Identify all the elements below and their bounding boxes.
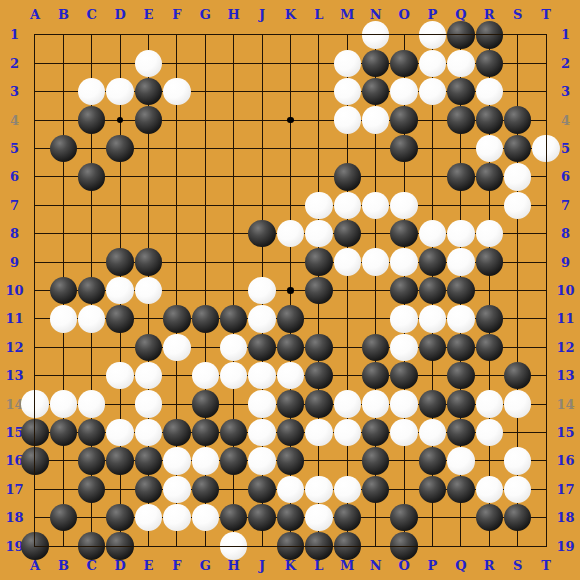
intersection-Q6[interactable] [447,163,475,191]
intersection-H16[interactable] [220,447,248,475]
intersection-B9[interactable] [49,248,77,276]
intersection-A12[interactable] [21,333,49,361]
intersection-E3[interactable] [134,78,162,106]
intersection-M16[interactable] [333,447,361,475]
intersection-M4[interactable] [333,106,361,134]
intersection-D8[interactable] [106,220,134,248]
intersection-Q16[interactable] [447,447,475,475]
intersection-C15[interactable] [78,418,106,446]
intersection-T5[interactable] [532,134,560,162]
intersection-G8[interactable] [191,220,219,248]
intersection-R1[interactable] [475,21,503,49]
intersection-P14[interactable] [418,390,446,418]
intersection-H8[interactable] [220,220,248,248]
intersection-B18[interactable] [49,503,77,531]
intersection-H15[interactable] [220,418,248,446]
intersection-N4[interactable] [361,106,389,134]
intersection-O10[interactable] [390,276,418,304]
intersection-N17[interactable] [361,475,389,503]
intersection-B15[interactable] [49,418,77,446]
intersection-E7[interactable] [134,191,162,219]
intersection-J10[interactable] [248,276,276,304]
intersection-P13[interactable] [418,361,446,389]
intersection-P19[interactable] [418,532,446,560]
intersection-P10[interactable] [418,276,446,304]
intersection-S13[interactable] [503,361,531,389]
intersection-M15[interactable] [333,418,361,446]
intersection-E16[interactable] [134,447,162,475]
intersection-R6[interactable] [475,163,503,191]
intersection-S5[interactable] [503,134,531,162]
intersection-C1[interactable] [78,21,106,49]
intersection-K7[interactable] [276,191,304,219]
intersection-C18[interactable] [78,503,106,531]
intersection-O18[interactable] [390,503,418,531]
intersection-S3[interactable] [503,78,531,106]
intersection-E1[interactable] [134,21,162,49]
intersection-N13[interactable] [361,361,389,389]
intersection-C6[interactable] [78,163,106,191]
intersection-F2[interactable] [163,49,191,77]
intersection-C2[interactable] [78,49,106,77]
intersection-A3[interactable] [21,78,49,106]
intersection-K9[interactable] [276,248,304,276]
intersection-T3[interactable] [532,78,560,106]
intersection-T13[interactable] [532,361,560,389]
intersection-G5[interactable] [191,134,219,162]
intersection-M14[interactable] [333,390,361,418]
intersection-J17[interactable] [248,475,276,503]
intersection-O3[interactable] [390,78,418,106]
intersection-C17[interactable] [78,475,106,503]
intersection-F11[interactable] [163,305,191,333]
intersection-E9[interactable] [134,248,162,276]
intersection-P3[interactable] [418,78,446,106]
intersection-T18[interactable] [532,503,560,531]
intersection-A10[interactable] [21,276,49,304]
intersection-G9[interactable] [191,248,219,276]
intersection-F18[interactable] [163,503,191,531]
intersection-B2[interactable] [49,49,77,77]
intersection-S10[interactable] [503,276,531,304]
intersection-B7[interactable] [49,191,77,219]
intersection-Q7[interactable] [447,191,475,219]
intersection-F3[interactable] [163,78,191,106]
intersection-L12[interactable] [305,333,333,361]
intersection-L8[interactable] [305,220,333,248]
intersection-P2[interactable] [418,49,446,77]
intersection-Q1[interactable] [447,21,475,49]
intersection-J5[interactable] [248,134,276,162]
intersection-A2[interactable] [21,49,49,77]
intersection-A7[interactable] [21,191,49,219]
intersection-D10[interactable] [106,276,134,304]
intersection-N10[interactable] [361,276,389,304]
intersection-K10[interactable] [276,276,304,304]
intersection-G1[interactable] [191,21,219,49]
intersection-O8[interactable] [390,220,418,248]
intersection-T4[interactable] [532,106,560,134]
intersection-C12[interactable] [78,333,106,361]
intersection-T9[interactable] [532,248,560,276]
intersection-G17[interactable] [191,475,219,503]
intersection-Q17[interactable] [447,475,475,503]
intersection-S4[interactable] [503,106,531,134]
intersection-P1[interactable] [418,21,446,49]
intersection-S19[interactable] [503,532,531,560]
intersection-N2[interactable] [361,49,389,77]
intersection-M5[interactable] [333,134,361,162]
intersection-C16[interactable] [78,447,106,475]
intersection-L13[interactable] [305,361,333,389]
intersection-G2[interactable] [191,49,219,77]
intersection-A16[interactable] [21,447,49,475]
intersection-D12[interactable] [106,333,134,361]
intersection-J4[interactable] [248,106,276,134]
intersection-K11[interactable] [276,305,304,333]
intersection-S1[interactable] [503,21,531,49]
intersection-O16[interactable] [390,447,418,475]
intersection-E15[interactable] [134,418,162,446]
intersection-A5[interactable] [21,134,49,162]
intersection-A18[interactable] [21,503,49,531]
intersection-L6[interactable] [305,163,333,191]
intersection-D18[interactable] [106,503,134,531]
intersection-J1[interactable] [248,21,276,49]
intersection-L9[interactable] [305,248,333,276]
intersection-M1[interactable] [333,21,361,49]
intersection-K1[interactable] [276,21,304,49]
intersection-R12[interactable] [475,333,503,361]
intersection-H18[interactable] [220,503,248,531]
intersection-P11[interactable] [418,305,446,333]
intersection-K8[interactable] [276,220,304,248]
intersection-C13[interactable] [78,361,106,389]
intersection-G18[interactable] [191,503,219,531]
intersection-A9[interactable] [21,248,49,276]
intersection-C8[interactable] [78,220,106,248]
intersection-E8[interactable] [134,220,162,248]
intersection-R4[interactable] [475,106,503,134]
intersection-J6[interactable] [248,163,276,191]
intersection-O11[interactable] [390,305,418,333]
intersection-T2[interactable] [532,49,560,77]
intersection-M3[interactable] [333,78,361,106]
intersection-T1[interactable] [532,21,560,49]
intersection-J8[interactable] [248,220,276,248]
intersection-L16[interactable] [305,447,333,475]
intersection-H2[interactable] [220,49,248,77]
intersection-G3[interactable] [191,78,219,106]
intersection-G15[interactable] [191,418,219,446]
intersection-N6[interactable] [361,163,389,191]
intersection-T10[interactable] [532,276,560,304]
intersection-S15[interactable] [503,418,531,446]
intersection-D6[interactable] [106,163,134,191]
intersection-E2[interactable] [134,49,162,77]
intersection-G4[interactable] [191,106,219,134]
intersection-P18[interactable] [418,503,446,531]
intersection-N7[interactable] [361,191,389,219]
intersection-H17[interactable] [220,475,248,503]
intersection-C11[interactable] [78,305,106,333]
intersection-G10[interactable] [191,276,219,304]
intersection-T8[interactable] [532,220,560,248]
intersection-L10[interactable] [305,276,333,304]
intersection-L7[interactable] [305,191,333,219]
intersection-K14[interactable] [276,390,304,418]
intersection-G7[interactable] [191,191,219,219]
intersection-B8[interactable] [49,220,77,248]
intersection-F7[interactable] [163,191,191,219]
intersection-N14[interactable] [361,390,389,418]
intersection-J19[interactable] [248,532,276,560]
intersection-O12[interactable] [390,333,418,361]
intersection-M6[interactable] [333,163,361,191]
intersection-M13[interactable] [333,361,361,389]
intersection-D19[interactable] [106,532,134,560]
intersection-D9[interactable] [106,248,134,276]
intersection-O5[interactable] [390,134,418,162]
intersection-A6[interactable] [21,163,49,191]
intersection-O9[interactable] [390,248,418,276]
intersection-E19[interactable] [134,532,162,560]
intersection-R18[interactable] [475,503,503,531]
intersection-D5[interactable] [106,134,134,162]
intersection-S7[interactable] [503,191,531,219]
intersection-N15[interactable] [361,418,389,446]
intersection-E5[interactable] [134,134,162,162]
intersection-N12[interactable] [361,333,389,361]
intersection-F19[interactable] [163,532,191,560]
intersection-H11[interactable] [220,305,248,333]
intersection-L4[interactable] [305,106,333,134]
intersection-L18[interactable] [305,503,333,531]
intersection-N3[interactable] [361,78,389,106]
intersection-C5[interactable] [78,134,106,162]
intersection-L5[interactable] [305,134,333,162]
intersection-N8[interactable] [361,220,389,248]
intersection-J16[interactable] [248,447,276,475]
intersection-R9[interactable] [475,248,503,276]
intersection-E13[interactable] [134,361,162,389]
intersection-R2[interactable] [475,49,503,77]
intersection-T19[interactable] [532,532,560,560]
intersection-H3[interactable] [220,78,248,106]
intersection-P9[interactable] [418,248,446,276]
intersection-M8[interactable] [333,220,361,248]
intersection-D7[interactable] [106,191,134,219]
intersection-N18[interactable] [361,503,389,531]
intersection-D3[interactable] [106,78,134,106]
intersection-K13[interactable] [276,361,304,389]
intersection-E11[interactable] [134,305,162,333]
intersection-J2[interactable] [248,49,276,77]
intersection-J15[interactable] [248,418,276,446]
intersection-Q5[interactable] [447,134,475,162]
intersection-D15[interactable] [106,418,134,446]
intersection-Q11[interactable] [447,305,475,333]
intersection-R19[interactable] [475,532,503,560]
intersection-P17[interactable] [418,475,446,503]
intersection-A4[interactable] [21,106,49,134]
intersection-F16[interactable] [163,447,191,475]
intersection-E12[interactable] [134,333,162,361]
intersection-F8[interactable] [163,220,191,248]
intersection-A17[interactable] [21,475,49,503]
intersection-O13[interactable] [390,361,418,389]
intersection-A8[interactable] [21,220,49,248]
intersection-R3[interactable] [475,78,503,106]
intersection-S2[interactable] [503,49,531,77]
intersection-O2[interactable] [390,49,418,77]
intersection-Q19[interactable] [447,532,475,560]
intersection-J12[interactable] [248,333,276,361]
intersection-S8[interactable] [503,220,531,248]
intersection-Q18[interactable] [447,503,475,531]
intersection-S14[interactable] [503,390,531,418]
intersection-G19[interactable] [191,532,219,560]
intersection-M19[interactable] [333,532,361,560]
intersection-C9[interactable] [78,248,106,276]
intersection-F9[interactable] [163,248,191,276]
intersection-R8[interactable] [475,220,503,248]
intersection-T15[interactable] [532,418,560,446]
intersection-S11[interactable] [503,305,531,333]
intersection-K3[interactable] [276,78,304,106]
intersection-C7[interactable] [78,191,106,219]
intersection-M12[interactable] [333,333,361,361]
intersection-L19[interactable] [305,532,333,560]
intersection-E18[interactable] [134,503,162,531]
intersection-T14[interactable] [532,390,560,418]
intersection-N19[interactable] [361,532,389,560]
intersection-H19[interactable] [220,532,248,560]
intersection-B4[interactable] [49,106,77,134]
intersection-H13[interactable] [220,361,248,389]
intersection-A11[interactable] [21,305,49,333]
intersection-S9[interactable] [503,248,531,276]
intersection-S16[interactable] [503,447,531,475]
intersection-Q14[interactable] [447,390,475,418]
intersection-K18[interactable] [276,503,304,531]
intersection-E17[interactable] [134,475,162,503]
intersection-L17[interactable] [305,475,333,503]
intersection-T17[interactable] [532,475,560,503]
intersection-P12[interactable] [418,333,446,361]
intersection-E6[interactable] [134,163,162,191]
intersection-P8[interactable] [418,220,446,248]
intersection-H1[interactable] [220,21,248,49]
intersection-D1[interactable] [106,21,134,49]
intersection-B19[interactable] [49,532,77,560]
intersection-H7[interactable] [220,191,248,219]
intersection-K4[interactable] [276,106,304,134]
intersection-N9[interactable] [361,248,389,276]
intersection-G11[interactable] [191,305,219,333]
intersection-N5[interactable] [361,134,389,162]
intersection-L1[interactable] [305,21,333,49]
intersection-L3[interactable] [305,78,333,106]
intersection-L15[interactable] [305,418,333,446]
intersection-R5[interactable] [475,134,503,162]
intersection-B10[interactable] [49,276,77,304]
intersection-R13[interactable] [475,361,503,389]
intersection-K6[interactable] [276,163,304,191]
intersection-B12[interactable] [49,333,77,361]
intersection-Q12[interactable] [447,333,475,361]
intersection-T16[interactable] [532,447,560,475]
intersection-D4[interactable] [106,106,134,134]
intersection-D16[interactable] [106,447,134,475]
intersection-D17[interactable] [106,475,134,503]
intersection-E10[interactable] [134,276,162,304]
intersection-C19[interactable] [78,532,106,560]
intersection-B5[interactable] [49,134,77,162]
intersection-T12[interactable] [532,333,560,361]
intersection-R15[interactable] [475,418,503,446]
intersection-F15[interactable] [163,418,191,446]
intersection-O19[interactable] [390,532,418,560]
intersection-P4[interactable] [418,106,446,134]
intersection-Q8[interactable] [447,220,475,248]
intersection-C14[interactable] [78,390,106,418]
intersection-G16[interactable] [191,447,219,475]
intersection-H10[interactable] [220,276,248,304]
intersection-E14[interactable] [134,390,162,418]
intersection-A14[interactable] [21,390,49,418]
intersection-M2[interactable] [333,49,361,77]
intersection-S6[interactable] [503,163,531,191]
intersection-T7[interactable] [532,191,560,219]
intersection-M7[interactable] [333,191,361,219]
intersection-K17[interactable] [276,475,304,503]
intersection-F13[interactable] [163,361,191,389]
intersection-N16[interactable] [361,447,389,475]
intersection-M18[interactable] [333,503,361,531]
intersection-P15[interactable] [418,418,446,446]
intersection-H9[interactable] [220,248,248,276]
intersection-B17[interactable] [49,475,77,503]
intersection-B16[interactable] [49,447,77,475]
intersection-F1[interactable] [163,21,191,49]
intersection-H14[interactable] [220,390,248,418]
intersection-D13[interactable] [106,361,134,389]
intersection-Q3[interactable] [447,78,475,106]
intersection-H6[interactable] [220,163,248,191]
intersection-Q10[interactable] [447,276,475,304]
intersection-M9[interactable] [333,248,361,276]
intersection-P5[interactable] [418,134,446,162]
intersection-N11[interactable] [361,305,389,333]
intersection-B1[interactable] [49,21,77,49]
intersection-O7[interactable] [390,191,418,219]
intersection-O14[interactable] [390,390,418,418]
intersection-K16[interactable] [276,447,304,475]
intersection-Q13[interactable] [447,361,475,389]
intersection-O6[interactable] [390,163,418,191]
intersection-B11[interactable] [49,305,77,333]
intersection-S18[interactable] [503,503,531,531]
intersection-O1[interactable] [390,21,418,49]
intersection-R16[interactable] [475,447,503,475]
intersection-G13[interactable] [191,361,219,389]
intersection-A13[interactable] [21,361,49,389]
intersection-F5[interactable] [163,134,191,162]
intersection-O17[interactable] [390,475,418,503]
intersection-B6[interactable] [49,163,77,191]
intersection-A19[interactable] [21,532,49,560]
